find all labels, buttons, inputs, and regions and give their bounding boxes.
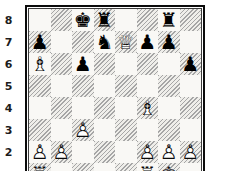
square-c8: ♚	[72, 9, 94, 31]
square-e5	[115, 75, 137, 97]
square-h3	[180, 119, 202, 141]
square-b2: ♟♙	[51, 141, 73, 163]
square-b7	[51, 31, 73, 53]
white-pawn: ♟♙	[72, 119, 94, 141]
square-g3	[158, 119, 180, 141]
black-rook: ♜	[158, 9, 180, 31]
square-h6: ♟	[180, 53, 202, 75]
square-f8	[137, 9, 159, 31]
black-pawn: ♟	[158, 31, 180, 53]
square-a6: ♝♗	[29, 53, 51, 75]
white-bishop: ♝♗	[137, 97, 159, 119]
square-d7: ♞	[94, 31, 116, 53]
square-b3	[51, 119, 73, 141]
square-c6: ♟	[72, 53, 94, 75]
chess-diagram: ♚♜♜♟♞♛♕♟♟♝♗♟♟♝♗♟♙♟♙♟♙♟♙♟♙♟♙♜♖♜♖♚♔	[25, 5, 205, 171]
rank-labels: 8765432	[0, 9, 17, 163]
square-d4	[94, 97, 116, 119]
square-g8: ♜	[158, 9, 180, 31]
square-c3: ♟♙	[72, 119, 94, 141]
square-h5	[180, 75, 202, 97]
square-e1	[115, 163, 137, 171]
square-b1	[51, 163, 73, 171]
rank-label-5: 5	[0, 75, 17, 97]
rank-label-8: 8	[0, 9, 17, 31]
square-a2: ♟♙	[29, 141, 51, 163]
square-b8	[51, 9, 73, 31]
square-a3	[29, 119, 51, 141]
white-rook: ♜♖	[137, 163, 159, 171]
square-b5	[51, 75, 73, 97]
square-b4	[51, 97, 73, 119]
square-c4	[72, 97, 94, 119]
square-e3	[115, 119, 137, 141]
square-d5	[94, 75, 116, 97]
black-pawn: ♟	[137, 31, 159, 53]
rank-label-3: 3	[0, 119, 17, 141]
square-a7: ♟	[29, 31, 51, 53]
square-a4	[29, 97, 51, 119]
square-h4	[180, 97, 202, 119]
square-c5	[72, 75, 94, 97]
rank-label-7: 7	[0, 31, 17, 53]
square-c7	[72, 31, 94, 53]
square-g6	[158, 53, 180, 75]
white-pawn: ♟♙	[51, 141, 73, 163]
square-f4: ♝♗	[137, 97, 159, 119]
black-rook: ♜	[94, 9, 116, 31]
black-pawn: ♟	[29, 31, 51, 53]
square-f3	[137, 119, 159, 141]
square-g5	[158, 75, 180, 97]
chess-board-grid: ♚♜♜♟♞♛♕♟♟♝♗♟♟♝♗♟♙♟♙♟♙♟♙♟♙♟♙♜♖♜♖♚♔	[29, 9, 201, 171]
square-d8: ♜	[94, 9, 116, 31]
rank-label-4: 4	[0, 97, 17, 119]
black-pawn: ♟	[72, 53, 94, 75]
square-b6	[51, 53, 73, 75]
square-e4	[115, 97, 137, 119]
square-g1: ♚♔	[158, 163, 180, 171]
white-pawn: ♟♙	[137, 141, 159, 163]
square-e2	[115, 141, 137, 163]
square-c1	[72, 163, 94, 171]
square-h1	[180, 163, 202, 171]
board-inner-border: ♚♜♜♟♞♛♕♟♟♝♗♟♟♝♗♟♙♟♙♟♙♟♙♟♙♟♙♜♖♜♖♚♔	[28, 8, 202, 171]
white-bishop: ♝♗	[29, 53, 51, 75]
square-f6	[137, 53, 159, 75]
square-a5	[29, 75, 51, 97]
square-e8	[115, 9, 137, 31]
square-g7: ♟	[158, 31, 180, 53]
square-h2: ♟♙	[180, 141, 202, 163]
square-f2: ♟♙	[137, 141, 159, 163]
square-a8	[29, 9, 51, 31]
white-king: ♚♔	[158, 163, 180, 171]
white-queen: ♛♕	[115, 31, 137, 53]
square-d6	[94, 53, 116, 75]
square-d3	[94, 119, 116, 141]
square-d1	[94, 163, 116, 171]
square-e6	[115, 53, 137, 75]
rank-label-6: 6	[0, 53, 17, 75]
square-h7	[180, 31, 202, 53]
square-a1: ♜♖	[29, 163, 51, 171]
square-c2	[72, 141, 94, 163]
square-g4	[158, 97, 180, 119]
square-e7: ♛♕	[115, 31, 137, 53]
square-f7: ♟	[137, 31, 159, 53]
black-knight: ♞	[94, 31, 116, 53]
white-rook: ♜♖	[29, 163, 51, 171]
white-pawn: ♟♙	[158, 141, 180, 163]
white-pawn: ♟♙	[180, 141, 202, 163]
rank-label-2: 2	[0, 141, 17, 163]
square-f5	[137, 75, 159, 97]
square-d2	[94, 141, 116, 163]
black-king: ♚	[72, 9, 94, 31]
white-pawn: ♟♙	[29, 141, 51, 163]
black-pawn: ♟	[180, 53, 202, 75]
square-g2: ♟♙	[158, 141, 180, 163]
square-f1: ♜♖	[137, 163, 159, 171]
square-h8	[180, 9, 202, 31]
